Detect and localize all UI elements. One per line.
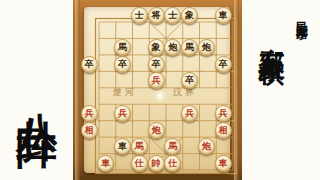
piece-black-士-6-1[interactable]: 士 [164, 7, 181, 24]
piece-red-車-2-10[interactable]: 車 [97, 155, 114, 172]
video-frame: 八卦阵 楚河 汉界 士将士象車馬象炮馬炮卒卒卒卒卒車兵兵兵兵兵相炮相馬馬炮車仕帥… [0, 0, 320, 180]
left-text-panel: 八卦阵 [0, 0, 73, 180]
piece-black-士-4-1[interactable]: 士 [131, 7, 148, 24]
piece-black-卒-3-4[interactable]: 卒 [114, 56, 131, 73]
piece-black-象-7-1[interactable]: 象 [181, 7, 198, 24]
piece-red-兵-9-7[interactable]: 兵 [215, 105, 232, 122]
channel-title: 东邪象棋 [255, 27, 290, 177]
piece-black-車-9-1[interactable]: 車 [215, 7, 232, 24]
right-text-panel: 民间野路子 东邪象棋 [242, 0, 320, 180]
piece-red-帥-5-10[interactable]: 帥 [148, 155, 165, 172]
xiangqi-board: 楚河 汉界 士将士象車馬象炮馬炮卒卒卒卒卒車兵兵兵兵兵相炮相馬馬炮車仕帥仕車 [73, 0, 242, 180]
piece-black-車-3-9[interactable]: 車 [114, 138, 131, 155]
piece-red-相-1-8[interactable]: 相 [81, 122, 98, 139]
piece-red-仕-4-10[interactable]: 仕 [131, 155, 148, 172]
move-sparkle-effect [158, 94, 162, 98]
piece-black-卒-1-4[interactable]: 卒 [81, 56, 98, 73]
river-label-left: 楚河 [113, 86, 137, 99]
piece-red-炮-8-9[interactable]: 炮 [198, 138, 215, 155]
piece-black-卒-5-4[interactable]: 卒 [148, 56, 165, 73]
formation-title: 八卦阵 [0, 0, 73, 180]
piece-red-相-9-8[interactable]: 相 [215, 122, 232, 139]
piece-red-炮-5-8[interactable]: 炮 [148, 122, 165, 139]
piece-red-兵-1-7[interactable]: 兵 [81, 105, 98, 122]
piece-red-馬-4-9[interactable]: 馬 [131, 138, 148, 155]
piece-black-将-5-1[interactable]: 将 [148, 7, 165, 24]
piece-black-象-5-3[interactable]: 象 [148, 39, 165, 56]
piece-red-兵-5-5[interactable]: 兵 [148, 72, 165, 89]
piece-red-仕-6-10[interactable]: 仕 [164, 155, 181, 172]
piece-red-車-9-10[interactable]: 車 [215, 155, 232, 172]
channel-subtitle: 民间野路子 [293, 12, 310, 172]
piece-black-卒-9-4[interactable]: 卒 [215, 56, 232, 73]
